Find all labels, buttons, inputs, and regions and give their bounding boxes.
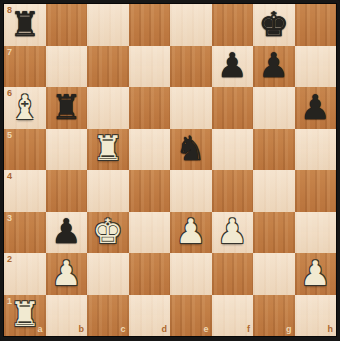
square-f2[interactable]: [212, 253, 254, 295]
square-f8[interactable]: [212, 4, 254, 46]
square-d1[interactable]: d: [129, 295, 171, 337]
white-rook[interactable]: ♜: [93, 131, 123, 165]
square-e5[interactable]: ♞: [170, 129, 212, 171]
rank-label: 3: [7, 214, 12, 223]
square-h1[interactable]: h: [295, 295, 337, 337]
file-label: c: [120, 325, 125, 334]
square-f3[interactable]: ♟: [212, 212, 254, 254]
square-f7[interactable]: ♟: [212, 46, 254, 88]
square-c3[interactable]: ♚: [87, 212, 129, 254]
square-g6[interactable]: [253, 87, 295, 129]
square-c1[interactable]: c: [87, 295, 129, 337]
square-e2[interactable]: [170, 253, 212, 295]
square-f4[interactable]: [212, 170, 254, 212]
square-h8[interactable]: [295, 4, 337, 46]
white-bishop[interactable]: ♝: [10, 90, 40, 124]
white-king[interactable]: ♚: [93, 214, 123, 248]
square-b5[interactable]: [46, 129, 88, 171]
square-e3[interactable]: ♟: [170, 212, 212, 254]
white-pawn[interactable]: ♟: [217, 214, 247, 248]
square-h4[interactable]: [295, 170, 337, 212]
square-g3[interactable]: [253, 212, 295, 254]
black-pawn[interactable]: ♟: [217, 48, 247, 82]
file-label: b: [79, 325, 85, 334]
square-h5[interactable]: [295, 129, 337, 171]
square-g8[interactable]: ♚: [253, 4, 295, 46]
black-pawn[interactable]: ♟: [300, 90, 330, 124]
square-d7[interactable]: [129, 46, 171, 88]
square-h2[interactable]: ♟: [295, 253, 337, 295]
square-b4[interactable]: [46, 170, 88, 212]
square-d3[interactable]: [129, 212, 171, 254]
square-b8[interactable]: [46, 4, 88, 46]
square-c7[interactable]: [87, 46, 129, 88]
square-a1[interactable]: 1a♜: [4, 295, 46, 337]
rank-label: 5: [7, 131, 12, 140]
file-label: g: [286, 325, 292, 334]
black-knight[interactable]: ♞: [176, 131, 206, 165]
square-a6[interactable]: 6♝: [4, 87, 46, 129]
square-c6[interactable]: [87, 87, 129, 129]
square-g1[interactable]: g: [253, 295, 295, 337]
square-b7[interactable]: [46, 46, 88, 88]
square-b3[interactable]: ♟: [46, 212, 88, 254]
square-g2[interactable]: [253, 253, 295, 295]
square-h6[interactable]: ♟: [295, 87, 337, 129]
square-a3[interactable]: 3: [4, 212, 46, 254]
file-label: f: [247, 325, 250, 334]
square-h7[interactable]: [295, 46, 337, 88]
square-e4[interactable]: [170, 170, 212, 212]
square-e8[interactable]: [170, 4, 212, 46]
black-king[interactable]: ♚: [259, 7, 289, 41]
chess-board: 8♜♚7♟♟6♝♜♟5♜♞43♟♚♟♟2♟♟1a♜bcdefgh: [4, 4, 336, 336]
file-label: h: [328, 325, 334, 334]
white-pawn[interactable]: ♟: [176, 214, 206, 248]
square-b2[interactable]: ♟: [46, 253, 88, 295]
square-a8[interactable]: 8♜: [4, 4, 46, 46]
square-e6[interactable]: [170, 87, 212, 129]
board-frame: 8♜♚7♟♟6♝♜♟5♜♞43♟♚♟♟2♟♟1a♜bcdefgh: [0, 0, 340, 341]
square-a7[interactable]: 7: [4, 46, 46, 88]
square-f1[interactable]: f: [212, 295, 254, 337]
square-a2[interactable]: 2: [4, 253, 46, 295]
rank-label: 7: [7, 48, 12, 57]
square-d5[interactable]: [129, 129, 171, 171]
square-c2[interactable]: [87, 253, 129, 295]
rank-label: 2: [7, 255, 12, 264]
square-f5[interactable]: [212, 129, 254, 171]
rank-label: 4: [7, 172, 12, 181]
file-label: d: [162, 325, 168, 334]
square-b6[interactable]: ♜: [46, 87, 88, 129]
black-pawn[interactable]: ♟: [51, 214, 81, 248]
white-rook[interactable]: ♜: [10, 297, 40, 331]
square-e1[interactable]: e: [170, 295, 212, 337]
square-d2[interactable]: [129, 253, 171, 295]
square-d8[interactable]: [129, 4, 171, 46]
square-a4[interactable]: 4: [4, 170, 46, 212]
square-e7[interactable]: [170, 46, 212, 88]
square-c5[interactable]: ♜: [87, 129, 129, 171]
square-d6[interactable]: [129, 87, 171, 129]
square-h3[interactable]: [295, 212, 337, 254]
white-pawn[interactable]: ♟: [51, 256, 81, 290]
square-g4[interactable]: [253, 170, 295, 212]
square-c8[interactable]: [87, 4, 129, 46]
black-rook[interactable]: ♜: [51, 90, 81, 124]
square-c4[interactable]: [87, 170, 129, 212]
black-pawn[interactable]: ♟: [259, 48, 289, 82]
square-g5[interactable]: [253, 129, 295, 171]
square-b1[interactable]: b: [46, 295, 88, 337]
file-label: e: [203, 325, 208, 334]
square-f6[interactable]: [212, 87, 254, 129]
white-pawn[interactable]: ♟: [300, 256, 330, 290]
square-a5[interactable]: 5: [4, 129, 46, 171]
square-d4[interactable]: [129, 170, 171, 212]
black-rook[interactable]: ♜: [10, 7, 40, 41]
square-g7[interactable]: ♟: [253, 46, 295, 88]
